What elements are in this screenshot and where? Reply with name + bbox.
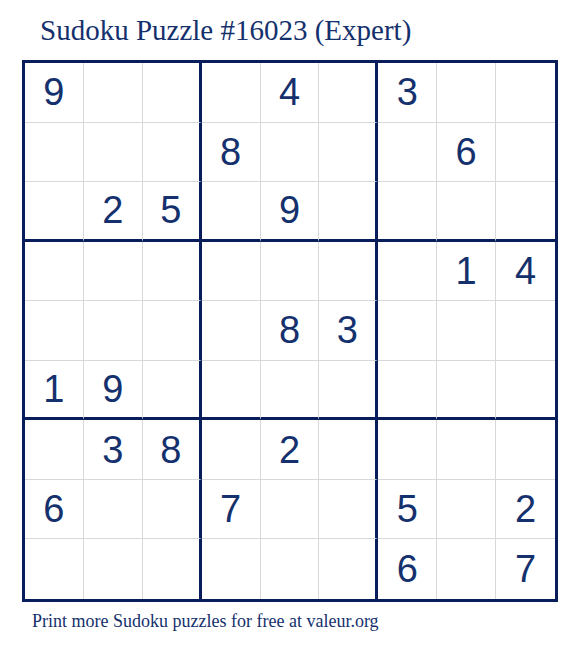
cell-r3c2[interactable]: 2 <box>84 182 143 242</box>
cell-r4c9[interactable]: 4 <box>496 242 555 302</box>
cell-r6c6[interactable] <box>319 361 378 421</box>
cell-r5c4[interactable] <box>202 301 261 361</box>
cell-r5c3[interactable] <box>143 301 202 361</box>
cell-r2c3[interactable] <box>143 123 202 183</box>
cell-r1c2[interactable] <box>84 63 143 123</box>
cell-r6c4[interactable] <box>202 361 261 421</box>
cell-r3c6[interactable] <box>319 182 378 242</box>
cell-r8c4[interactable]: 7 <box>202 480 261 540</box>
cell-r1c4[interactable] <box>202 63 261 123</box>
cell-r5c6[interactable]: 3 <box>319 301 378 361</box>
cell-r7c2[interactable]: 3 <box>84 420 143 480</box>
cell-r8c1[interactable]: 6 <box>25 480 84 540</box>
cell-r8c7[interactable]: 5 <box>378 480 437 540</box>
cell-r9c9[interactable]: 7 <box>496 539 555 599</box>
cell-r7c9[interactable] <box>496 420 555 480</box>
cell-r9c3[interactable] <box>143 539 202 599</box>
cell-r4c4[interactable] <box>202 242 261 302</box>
cell-r9c8[interactable] <box>437 539 496 599</box>
cell-r3c1[interactable] <box>25 182 84 242</box>
cell-r6c8[interactable] <box>437 361 496 421</box>
cell-r3c9[interactable] <box>496 182 555 242</box>
cell-r6c1[interactable]: 1 <box>25 361 84 421</box>
cell-r7c7[interactable] <box>378 420 437 480</box>
cell-r3c7[interactable] <box>378 182 437 242</box>
cell-r1c3[interactable] <box>143 63 202 123</box>
cell-r9c5[interactable] <box>261 539 320 599</box>
cell-r6c9[interactable] <box>496 361 555 421</box>
cell-r5c7[interactable] <box>378 301 437 361</box>
cell-r2c5[interactable] <box>261 123 320 183</box>
cell-r7c8[interactable] <box>437 420 496 480</box>
cell-r6c2[interactable]: 9 <box>84 361 143 421</box>
cell-r5c5[interactable]: 8 <box>261 301 320 361</box>
cell-r4c5[interactable] <box>261 242 320 302</box>
cell-r8c9[interactable]: 2 <box>496 480 555 540</box>
cell-r3c8[interactable] <box>437 182 496 242</box>
cell-r7c5[interactable]: 2 <box>261 420 320 480</box>
cell-r6c3[interactable] <box>143 361 202 421</box>
cell-r8c3[interactable] <box>143 480 202 540</box>
cell-r3c3[interactable]: 5 <box>143 182 202 242</box>
cell-r9c4[interactable] <box>202 539 261 599</box>
cell-r1c7[interactable]: 3 <box>378 63 437 123</box>
cell-r9c2[interactable] <box>84 539 143 599</box>
cell-r8c8[interactable] <box>437 480 496 540</box>
cell-r7c6[interactable] <box>319 420 378 480</box>
cell-r4c1[interactable] <box>25 242 84 302</box>
cell-r1c1[interactable]: 9 <box>25 63 84 123</box>
cell-r5c2[interactable] <box>84 301 143 361</box>
cell-r2c1[interactable] <box>25 123 84 183</box>
cell-r9c6[interactable] <box>319 539 378 599</box>
cell-r2c2[interactable] <box>84 123 143 183</box>
cell-r2c6[interactable] <box>319 123 378 183</box>
cell-r5c8[interactable] <box>437 301 496 361</box>
cell-r4c8[interactable]: 1 <box>437 242 496 302</box>
cell-r1c6[interactable] <box>319 63 378 123</box>
cell-r1c5[interactable]: 4 <box>261 63 320 123</box>
cell-r7c1[interactable] <box>25 420 84 480</box>
cell-r2c9[interactable] <box>496 123 555 183</box>
cell-r9c1[interactable] <box>25 539 84 599</box>
cell-r2c7[interactable] <box>378 123 437 183</box>
cell-r2c8[interactable]: 6 <box>437 123 496 183</box>
cell-r5c1[interactable] <box>25 301 84 361</box>
cell-r6c7[interactable] <box>378 361 437 421</box>
sudoku-grid: 94386259148319382675267 <box>22 60 558 602</box>
cell-r7c4[interactable] <box>202 420 261 480</box>
cell-r8c2[interactable] <box>84 480 143 540</box>
cell-r5c9[interactable] <box>496 301 555 361</box>
cell-r1c9[interactable] <box>496 63 555 123</box>
footer-text: Print more Sudoku puzzles for free at va… <box>32 611 379 632</box>
cell-r2c4[interactable]: 8 <box>202 123 261 183</box>
cell-r8c6[interactable] <box>319 480 378 540</box>
cell-r4c6[interactable] <box>319 242 378 302</box>
cell-r7c3[interactable]: 8 <box>143 420 202 480</box>
cell-r4c2[interactable] <box>84 242 143 302</box>
cell-r1c8[interactable] <box>437 63 496 123</box>
cell-r9c7[interactable]: 6 <box>378 539 437 599</box>
cell-r3c4[interactable] <box>202 182 261 242</box>
page-title: Sudoku Puzzle #16023 (Expert) <box>40 14 411 47</box>
cell-r4c7[interactable] <box>378 242 437 302</box>
cell-r4c3[interactable] <box>143 242 202 302</box>
sudoku-page: Sudoku Puzzle #16023 (Expert) 9438625914… <box>0 0 580 651</box>
cell-r3c5[interactable]: 9 <box>261 182 320 242</box>
cell-r8c5[interactable] <box>261 480 320 540</box>
cell-r6c5[interactable] <box>261 361 320 421</box>
